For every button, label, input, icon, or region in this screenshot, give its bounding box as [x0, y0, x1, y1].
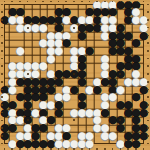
- star-point: [27, 27, 29, 29]
- white-stone: ●: [86, 140, 94, 148]
- coordinate-tick: [147, 120, 149, 122]
- coordinate-tick: [147, 135, 149, 137]
- coordinate-tick: [147, 96, 149, 98]
- intersection-k15[interactable]: ●: [78, 32, 86, 40]
- intersection-c15[interactable]: [16, 32, 24, 40]
- coordinate-tick: [19, 1, 21, 3]
- coordinate-tick: [11, 1, 13, 3]
- coordinate-tick: [65, 1, 67, 3]
- coordinate-tick: [89, 1, 91, 3]
- coordinate-tick: [1, 143, 3, 145]
- intersection-s5[interactable]: ●: [140, 109, 148, 117]
- coordinate-tick: [58, 1, 60, 3]
- coordinate-tick: [65, 148, 67, 150]
- star-point: [27, 119, 29, 121]
- intersection-n1[interactable]: [101, 140, 109, 148]
- coordinate-tick: [4, 1, 6, 3]
- intersection-m14[interactable]: [93, 39, 101, 47]
- intersection-l11[interactable]: [86, 62, 94, 70]
- coordinate-tick: [112, 1, 114, 3]
- intersection-e13[interactable]: [32, 47, 40, 55]
- coordinate-tick: [147, 42, 149, 44]
- coordinate-tick: [1, 65, 3, 67]
- intersection-h5[interactable]: ●: [55, 109, 63, 117]
- star-point: [119, 73, 121, 75]
- black-stone: ●: [140, 132, 148, 140]
- coordinate-tick: [147, 19, 149, 21]
- coordinate-tick: [127, 1, 129, 3]
- coordinate-tick: [143, 1, 145, 3]
- coordinate-tick: [81, 148, 83, 150]
- coordinate-tick: [1, 127, 3, 129]
- intersection-l7[interactable]: [86, 93, 94, 101]
- coordinate-tick: [73, 148, 75, 150]
- coordinate-tick: [1, 35, 3, 37]
- intersection-r1[interactable]: ●: [132, 140, 140, 148]
- black-stone: ●: [86, 47, 94, 55]
- coordinate-tick: [147, 35, 149, 37]
- white-stone: ●: [47, 55, 55, 63]
- coordinate-tick: [96, 1, 98, 3]
- star-point: [119, 119, 121, 121]
- coordinate-tick: [1, 96, 3, 98]
- intersection-g12[interactable]: ●: [47, 55, 55, 63]
- coordinate-tick: [27, 1, 29, 3]
- star-point: [73, 73, 75, 75]
- coordinate-tick: [50, 1, 52, 3]
- intersection-r14[interactable]: ●: [132, 39, 140, 47]
- coordinate-tick: [147, 143, 149, 145]
- star-point: [73, 119, 75, 121]
- black-stone: ●: [140, 109, 148, 117]
- coordinate-tick: [104, 1, 106, 3]
- coordinate-tick: [73, 1, 75, 3]
- coordinate-tick: [120, 1, 122, 3]
- coordinate-tick: [127, 148, 129, 150]
- intersection-l15[interactable]: [86, 32, 94, 40]
- coordinate-tick: [27, 148, 29, 150]
- coordinate-tick: [1, 42, 3, 44]
- intersection-s2[interactable]: ●: [140, 132, 148, 140]
- coordinate-tick: [104, 148, 106, 150]
- coordinate-tick: [1, 11, 3, 13]
- coordinate-tick: [147, 81, 149, 83]
- star-point: [119, 27, 121, 29]
- intersection-h12[interactable]: [55, 55, 63, 63]
- coordinate-tick: [4, 148, 6, 150]
- coordinate-tick: [1, 135, 3, 137]
- intersection-s11[interactable]: [140, 62, 148, 70]
- coordinate-tick: [35, 1, 37, 3]
- coordinate-tick: [147, 11, 149, 13]
- intersection-k4[interactable]: [78, 116, 86, 124]
- coordinate-tick: [35, 148, 37, 150]
- coordinate-tick: [1, 89, 3, 91]
- coordinate-tick: [147, 73, 149, 75]
- white-stone: ●: [116, 86, 124, 94]
- intersection-l13[interactable]: ●: [86, 47, 94, 55]
- intersection-d13[interactable]: [24, 47, 32, 55]
- black-stone: ●: [140, 86, 148, 94]
- intersection-i7[interactable]: ●: [62, 93, 70, 101]
- coordinate-tick: [1, 58, 3, 60]
- black-stone: ●: [140, 32, 148, 40]
- intersection-d15[interactable]: [24, 32, 32, 40]
- intersection-d14[interactable]: [24, 39, 32, 47]
- star-point: [73, 27, 75, 29]
- coordinate-tick: [1, 50, 3, 52]
- black-stone: ●: [132, 140, 140, 148]
- intersection-l12[interactable]: [86, 55, 94, 63]
- intersection-s12[interactable]: [140, 55, 148, 63]
- star-point: [27, 73, 29, 75]
- coordinate-tick: [143, 148, 145, 150]
- intersection-s1[interactable]: [140, 140, 148, 148]
- intersection-h13[interactable]: ●: [55, 47, 63, 55]
- intersection-s15[interactable]: ●: [140, 32, 148, 40]
- coordinate-tick: [1, 112, 3, 114]
- coordinate-tick: [96, 148, 98, 150]
- white-stone: ●: [55, 47, 63, 55]
- coordinate-tick: [147, 112, 149, 114]
- black-stone: ●: [78, 32, 86, 40]
- coordinate-tick: [1, 81, 3, 83]
- coordinate-tick: [42, 148, 44, 150]
- coordinate-tick: [81, 1, 83, 3]
- coordinate-tick: [1, 73, 3, 75]
- black-stone: ●: [132, 39, 140, 47]
- white-stone: ●: [62, 93, 70, 101]
- coordinate-tick: [147, 89, 149, 91]
- intersection-s8[interactable]: ●: [140, 86, 148, 94]
- coordinate-tick: [1, 120, 3, 122]
- coordinate-tick: [58, 148, 60, 150]
- coordinate-tick: [147, 127, 149, 129]
- coordinate-tick: [1, 19, 3, 21]
- black-stone: ●: [55, 109, 63, 117]
- coordinate-tick: [19, 148, 21, 150]
- coordinate-tick: [1, 4, 3, 6]
- intersection-p8[interactable]: ●: [116, 86, 124, 94]
- coordinate-tick: [50, 148, 52, 150]
- intersection-l1[interactable]: ●: [86, 140, 94, 148]
- intersection-s14[interactable]: [140, 39, 148, 47]
- coordinate-tick: [147, 4, 149, 6]
- coordinate-tick: [147, 50, 149, 52]
- coordinate-tick: [147, 27, 149, 29]
- go-game-screenshot: ●●●●●●●●●●●●●●●●●●●●●●●●●●●●●●●●●●●●●●●●…: [0, 0, 150, 150]
- coordinate-tick: [147, 65, 149, 67]
- coordinate-tick: [147, 104, 149, 106]
- coordinate-tick: [42, 1, 44, 3]
- white-stone: ●: [16, 47, 24, 55]
- intersection-s13[interactable]: [140, 47, 148, 55]
- coordinate-tick: [89, 148, 91, 150]
- coordinate-tick: [1, 27, 3, 29]
- coordinate-tick: [147, 58, 149, 60]
- coordinate-tick: [135, 1, 137, 3]
- coordinate-tick: [1, 104, 3, 106]
- coordinate-tick: [11, 148, 13, 150]
- intersection-m1[interactable]: [93, 140, 101, 148]
- coordinate-tick: [135, 148, 137, 150]
- intersection-b15[interactable]: [8, 32, 16, 40]
- coordinate-tick: [120, 148, 122, 150]
- intersection-c13[interactable]: ●: [16, 47, 24, 55]
- coordinate-tick: [112, 148, 114, 150]
